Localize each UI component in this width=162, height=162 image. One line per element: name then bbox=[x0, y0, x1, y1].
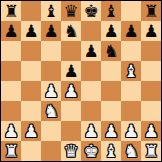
square-f7[interactable]: ♟ bbox=[101, 21, 121, 41]
square-b2[interactable]: ♟ bbox=[21, 121, 41, 141]
square-h2[interactable]: ♟ bbox=[141, 121, 161, 141]
piece-white-pawn: ♟ bbox=[123, 121, 138, 141]
square-h1[interactable]: ♜ bbox=[141, 141, 161, 161]
square-e2[interactable]: ♟ bbox=[81, 121, 101, 141]
square-c3[interactable]: ♞ bbox=[41, 101, 61, 121]
square-h4[interactable] bbox=[141, 81, 161, 101]
square-e4[interactable] bbox=[81, 81, 101, 101]
piece-black-pawn: ♟ bbox=[43, 21, 58, 41]
square-a3[interactable] bbox=[1, 101, 21, 121]
piece-black-pawn: ♟ bbox=[103, 21, 118, 41]
piece-black-pawn: ♟ bbox=[3, 21, 18, 41]
square-g4[interactable] bbox=[121, 81, 141, 101]
square-e5[interactable] bbox=[81, 61, 101, 81]
square-c4[interactable]: ♟ bbox=[41, 81, 61, 101]
square-a4[interactable] bbox=[1, 81, 21, 101]
piece-white-pawn: ♟ bbox=[43, 81, 58, 101]
piece-black-knight: ♞ bbox=[63, 21, 78, 41]
chess-board: ♜♝♛♚♝♜♟♟♟♞♟♟♟♟♞♟♝♟♟♞♟♟♟♟♟♟♜♛♚♝♞♜ bbox=[1, 1, 161, 161]
piece-white-pawn: ♟ bbox=[83, 121, 98, 141]
square-a5[interactable] bbox=[1, 61, 21, 81]
square-b7[interactable]: ♟ bbox=[21, 21, 41, 41]
piece-white-pawn: ♟ bbox=[3, 121, 18, 141]
piece-black-queen: ♛ bbox=[63, 1, 78, 21]
square-g2[interactable]: ♟ bbox=[121, 121, 141, 141]
square-g6[interactable] bbox=[121, 41, 141, 61]
piece-white-pawn: ♟ bbox=[63, 81, 78, 101]
piece-black-rook: ♜ bbox=[3, 1, 18, 21]
square-b4[interactable] bbox=[21, 81, 41, 101]
square-f8[interactable]: ♝ bbox=[101, 1, 121, 21]
square-c1[interactable] bbox=[41, 141, 61, 161]
piece-black-pawn: ♟ bbox=[143, 21, 158, 41]
piece-white-pawn: ♟ bbox=[143, 121, 158, 141]
square-f6[interactable]: ♞ bbox=[101, 41, 121, 61]
piece-white-bishop: ♝ bbox=[123, 61, 138, 81]
square-f4[interactable] bbox=[101, 81, 121, 101]
board-frame: ♜♝♛♚♝♜♟♟♟♞♟♟♟♟♞♟♝♟♟♞♟♟♟♟♟♟♜♛♚♝♞♜ bbox=[0, 0, 162, 162]
square-d7[interactable]: ♞ bbox=[61, 21, 81, 41]
piece-white-pawn: ♟ bbox=[23, 121, 38, 141]
square-e7[interactable] bbox=[81, 21, 101, 41]
piece-white-rook: ♜ bbox=[143, 141, 158, 161]
square-f1[interactable]: ♝ bbox=[101, 141, 121, 161]
piece-black-pawn: ♟ bbox=[83, 41, 98, 61]
square-d3[interactable] bbox=[61, 101, 81, 121]
square-d2[interactable] bbox=[61, 121, 81, 141]
square-f3[interactable] bbox=[101, 101, 121, 121]
piece-black-bishop: ♝ bbox=[103, 1, 118, 21]
piece-black-king: ♚ bbox=[83, 1, 98, 21]
square-a6[interactable] bbox=[1, 41, 21, 61]
piece-black-knight: ♞ bbox=[103, 41, 118, 61]
square-e8[interactable]: ♚ bbox=[81, 1, 101, 21]
square-b8[interactable] bbox=[21, 1, 41, 21]
square-g5[interactable]: ♝ bbox=[121, 61, 141, 81]
square-d4[interactable]: ♟ bbox=[61, 81, 81, 101]
square-h6[interactable] bbox=[141, 41, 161, 61]
square-a7[interactable]: ♟ bbox=[1, 21, 21, 41]
square-d8[interactable]: ♛ bbox=[61, 1, 81, 21]
square-c6[interactable] bbox=[41, 41, 61, 61]
piece-white-knight: ♞ bbox=[123, 141, 138, 161]
square-b6[interactable] bbox=[21, 41, 41, 61]
square-f2[interactable]: ♟ bbox=[101, 121, 121, 141]
square-e3[interactable] bbox=[81, 101, 101, 121]
square-b1[interactable] bbox=[21, 141, 41, 161]
square-c8[interactable]: ♝ bbox=[41, 1, 61, 21]
square-g3[interactable] bbox=[121, 101, 141, 121]
square-b5[interactable] bbox=[21, 61, 41, 81]
piece-white-pawn: ♟ bbox=[103, 121, 118, 141]
piece-white-rook: ♜ bbox=[3, 141, 18, 161]
square-h8[interactable]: ♜ bbox=[141, 1, 161, 21]
square-h7[interactable]: ♟ bbox=[141, 21, 161, 41]
piece-white-king: ♚ bbox=[83, 141, 98, 161]
square-c7[interactable]: ♟ bbox=[41, 21, 61, 41]
piece-black-bishop: ♝ bbox=[43, 1, 58, 21]
square-f5[interactable] bbox=[101, 61, 121, 81]
square-a8[interactable]: ♜ bbox=[1, 1, 21, 21]
piece-black-pawn: ♟ bbox=[123, 21, 138, 41]
square-a2[interactable]: ♟ bbox=[1, 121, 21, 141]
piece-white-queen: ♛ bbox=[63, 141, 78, 161]
piece-black-pawn: ♟ bbox=[23, 21, 38, 41]
piece-black-rook: ♜ bbox=[143, 1, 158, 21]
piece-white-bishop: ♝ bbox=[103, 141, 118, 161]
square-e6[interactable]: ♟ bbox=[81, 41, 101, 61]
square-c5[interactable] bbox=[41, 61, 61, 81]
square-b3[interactable] bbox=[21, 101, 41, 121]
square-d1[interactable]: ♛ bbox=[61, 141, 81, 161]
square-h3[interactable] bbox=[141, 101, 161, 121]
square-g7[interactable]: ♟ bbox=[121, 21, 141, 41]
square-c2[interactable] bbox=[41, 121, 61, 141]
square-e1[interactable]: ♚ bbox=[81, 141, 101, 161]
square-d6[interactable] bbox=[61, 41, 81, 61]
square-d5[interactable]: ♟ bbox=[61, 61, 81, 81]
square-g8[interactable] bbox=[121, 1, 141, 21]
piece-black-pawn: ♟ bbox=[63, 61, 78, 81]
piece-white-knight: ♞ bbox=[43, 101, 58, 121]
square-a1[interactable]: ♜ bbox=[1, 141, 21, 161]
square-g1[interactable]: ♞ bbox=[121, 141, 141, 161]
square-h5[interactable] bbox=[141, 61, 161, 81]
